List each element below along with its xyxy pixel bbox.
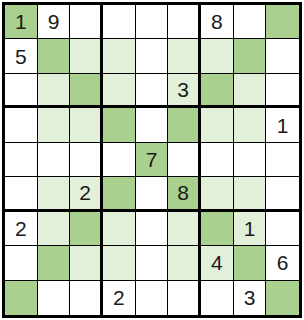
cell-r8c5[interactable] <box>136 246 169 280</box>
cell-r6c3-given[interactable]: 2 <box>70 177 103 211</box>
cell-r1c1-given[interactable]: 1 <box>5 5 38 39</box>
cell-r5c1[interactable] <box>5 143 38 177</box>
cell-r4c2[interactable] <box>38 108 71 142</box>
cell-r9c5[interactable] <box>136 281 169 315</box>
cell-r6c9[interactable] <box>266 177 299 211</box>
cell-r3c6-given[interactable]: 3 <box>168 74 201 108</box>
cell-r7c1-given[interactable]: 2 <box>5 212 38 246</box>
cell-r1c6[interactable] <box>168 5 201 39</box>
cell-r2c5[interactable] <box>136 39 169 73</box>
page-background: 198531728214623 <box>0 0 304 320</box>
cell-r1c4[interactable] <box>103 5 136 39</box>
cell-r8c2[interactable] <box>38 246 71 280</box>
cell-r1c8[interactable] <box>234 5 267 39</box>
cell-r1c7-given[interactable]: 8 <box>201 5 234 39</box>
cell-r5c6[interactable] <box>168 143 201 177</box>
cell-r2c3[interactable] <box>70 39 103 73</box>
cell-r9c7[interactable] <box>201 281 234 315</box>
cell-r2c9[interactable] <box>266 39 299 73</box>
cell-r2c1-given[interactable]: 5 <box>5 39 38 73</box>
cell-r4c5[interactable] <box>136 108 169 142</box>
cell-r9c6[interactable] <box>168 281 201 315</box>
cell-r7c2[interactable] <box>38 212 71 246</box>
cell-r3c7[interactable] <box>201 74 234 108</box>
sudoku-board: 198531728214623 <box>2 2 302 318</box>
cell-r5c3[interactable] <box>70 143 103 177</box>
cell-r1c5[interactable] <box>136 5 169 39</box>
cell-r7c5[interactable] <box>136 212 169 246</box>
cell-r2c8[interactable] <box>234 39 267 73</box>
cell-r4c4[interactable] <box>103 108 136 142</box>
cell-r3c1[interactable] <box>5 74 38 108</box>
cell-r2c2[interactable] <box>38 39 71 73</box>
cell-r9c3[interactable] <box>70 281 103 315</box>
cell-r5c5-given[interactable]: 7 <box>136 143 169 177</box>
cell-r3c8[interactable] <box>234 74 267 108</box>
cell-r2c4[interactable] <box>103 39 136 73</box>
cell-r9c4-given[interactable]: 2 <box>103 281 136 315</box>
cell-r4c7[interactable] <box>201 108 234 142</box>
cell-r9c8-given[interactable]: 3 <box>234 281 267 315</box>
cell-r1c2-given[interactable]: 9 <box>38 5 71 39</box>
cell-r3c4[interactable] <box>103 74 136 108</box>
cell-r2c7[interactable] <box>201 39 234 73</box>
cell-r3c9[interactable] <box>266 74 299 108</box>
cell-r5c4[interactable] <box>103 143 136 177</box>
cell-r6c6-given[interactable]: 8 <box>168 177 201 211</box>
cell-r6c4[interactable] <box>103 177 136 211</box>
cell-r5c9[interactable] <box>266 143 299 177</box>
cell-r7c3[interactable] <box>70 212 103 246</box>
cell-r7c9[interactable] <box>266 212 299 246</box>
cell-r5c8[interactable] <box>234 143 267 177</box>
cell-r8c7-given[interactable]: 4 <box>201 246 234 280</box>
cell-r1c9[interactable] <box>266 5 299 39</box>
cell-r6c2[interactable] <box>38 177 71 211</box>
cell-r4c8[interactable] <box>234 108 267 142</box>
cell-r3c3[interactable] <box>70 74 103 108</box>
cell-r3c5[interactable] <box>136 74 169 108</box>
cell-r5c2[interactable] <box>38 143 71 177</box>
cell-r4c1[interactable] <box>5 108 38 142</box>
cell-r5c7[interactable] <box>201 143 234 177</box>
cell-r1c3[interactable] <box>70 5 103 39</box>
cell-r8c9-given[interactable]: 6 <box>266 246 299 280</box>
cell-r9c9[interactable] <box>266 281 299 315</box>
cell-r4c3[interactable] <box>70 108 103 142</box>
cell-r6c1[interactable] <box>5 177 38 211</box>
cell-r8c8[interactable] <box>234 246 267 280</box>
cell-r7c6[interactable] <box>168 212 201 246</box>
cell-r6c8[interactable] <box>234 177 267 211</box>
cell-r3c2[interactable] <box>38 74 71 108</box>
cell-r6c7[interactable] <box>201 177 234 211</box>
cell-r4c9-given[interactable]: 1 <box>266 108 299 142</box>
cell-r9c1[interactable] <box>5 281 38 315</box>
cell-r4c6[interactable] <box>168 108 201 142</box>
cell-r6c5[interactable] <box>136 177 169 211</box>
cell-r7c7[interactable] <box>201 212 234 246</box>
cell-r9c2[interactable] <box>38 281 71 315</box>
cell-r8c3[interactable] <box>70 246 103 280</box>
cell-r8c1[interactable] <box>5 246 38 280</box>
cell-r2c6[interactable] <box>168 39 201 73</box>
cell-r8c6[interactable] <box>168 246 201 280</box>
cell-r7c8-given[interactable]: 1 <box>234 212 267 246</box>
cell-r8c4[interactable] <box>103 246 136 280</box>
cell-r7c4[interactable] <box>103 212 136 246</box>
